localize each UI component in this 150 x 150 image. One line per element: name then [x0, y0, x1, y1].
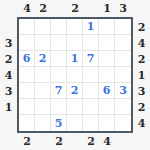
- given-digit: 2: [39, 53, 47, 64]
- cell-r7c6[interactable]: [99, 115, 115, 131]
- skyscrapers-board: 1621772635: [17, 17, 133, 133]
- cell-r5c6[interactable]: 6: [99, 83, 115, 99]
- cell-r3c2[interactable]: 2: [35, 51, 51, 67]
- clue-bottom-7: [115, 133, 131, 150]
- clue-left-3: 2: [0, 51, 17, 67]
- given-digit: 1: [71, 53, 79, 64]
- clue-right-7: 4: [133, 115, 150, 131]
- cell-r6c6[interactable]: [99, 99, 115, 115]
- clue-bottom-3: 2: [51, 133, 67, 150]
- cell-r7c4[interactable]: [67, 115, 83, 131]
- given-digit: 1: [87, 21, 95, 32]
- skyscrapers-puzzle: 42213 32431 1621772635 2421324 2224: [0, 0, 150, 150]
- cell-r2c6[interactable]: [99, 35, 115, 51]
- cell-r4c1[interactable]: [19, 67, 35, 83]
- clue-left-1: [0, 19, 17, 35]
- cell-r5c7[interactable]: 3: [115, 83, 131, 99]
- cell-r6c2[interactable]: [35, 99, 51, 115]
- cell-r5c4[interactable]: 2: [67, 83, 83, 99]
- clue-right-2: 4: [133, 35, 150, 51]
- clues-left: 32431: [0, 19, 17, 131]
- cell-r6c5[interactable]: [83, 99, 99, 115]
- cell-r4c5[interactable]: [83, 67, 99, 83]
- clues-right: 2421324: [133, 19, 150, 131]
- given-digit: 2: [71, 85, 79, 96]
- cell-r1c5[interactable]: 1: [83, 19, 99, 35]
- cell-r1c4[interactable]: [67, 19, 83, 35]
- cell-r2c4[interactable]: [67, 35, 83, 51]
- clue-right-1: 2: [133, 19, 150, 35]
- clue-left-7: [0, 115, 17, 131]
- clue-top-5: [83, 0, 99, 17]
- cell-r3c3[interactable]: [51, 51, 67, 67]
- cell-r6c7[interactable]: [115, 99, 131, 115]
- cell-r6c1[interactable]: [19, 99, 35, 115]
- clue-top-1: 4: [19, 0, 35, 17]
- cell-r4c6[interactable]: [99, 67, 115, 83]
- given-digit: 7: [87, 53, 95, 64]
- clue-right-6: 2: [133, 99, 150, 115]
- cell-r6c4[interactable]: [67, 99, 83, 115]
- given-digit: 5: [55, 118, 63, 129]
- cell-r3c6[interactable]: [99, 51, 115, 67]
- cell-r1c7[interactable]: [115, 19, 131, 35]
- cell-r4c3[interactable]: [51, 67, 67, 83]
- cell-r4c2[interactable]: [35, 67, 51, 83]
- clue-top-6: 1: [99, 0, 115, 17]
- clue-left-6: 1: [0, 99, 17, 115]
- clue-top-2: 2: [35, 0, 51, 17]
- cell-r5c2[interactable]: [35, 83, 51, 99]
- cell-r1c6[interactable]: [99, 19, 115, 35]
- clue-bottom-2: [35, 133, 51, 150]
- cell-r1c3[interactable]: [51, 19, 67, 35]
- cell-r5c1[interactable]: [19, 83, 35, 99]
- cell-r2c5[interactable]: [83, 35, 99, 51]
- clue-right-5: 3: [133, 83, 150, 99]
- cell-r1c1[interactable]: [19, 19, 35, 35]
- cell-r1c2[interactable]: [35, 19, 51, 35]
- cell-r7c3[interactable]: 5: [51, 115, 67, 131]
- clue-bottom-1: 2: [19, 133, 35, 150]
- given-digit: 6: [23, 53, 31, 64]
- clues-top: 42213: [19, 0, 131, 17]
- cell-r3c7[interactable]: [115, 51, 131, 67]
- clue-top-4: 2: [67, 0, 83, 17]
- given-digit: 3: [119, 85, 127, 96]
- cell-r3c4[interactable]: 1: [67, 51, 83, 67]
- cell-r7c5[interactable]: [83, 115, 99, 131]
- cell-r7c7[interactable]: [115, 115, 131, 131]
- clue-left-5: 3: [0, 83, 17, 99]
- clue-bottom-5: 2: [83, 133, 99, 150]
- clue-top-7: 3: [115, 0, 131, 17]
- cell-r3c5[interactable]: 7: [83, 51, 99, 67]
- clue-bottom-6: 4: [99, 133, 115, 150]
- cell-r5c5[interactable]: [83, 83, 99, 99]
- clues-bottom: 2224: [19, 133, 131, 150]
- cell-r7c1[interactable]: [19, 115, 35, 131]
- cell-r3c1[interactable]: 6: [19, 51, 35, 67]
- cell-r2c3[interactable]: [51, 35, 67, 51]
- given-digit: 7: [55, 85, 63, 96]
- cell-r2c7[interactable]: [115, 35, 131, 51]
- clue-left-4: 4: [0, 67, 17, 83]
- cell-r7c2[interactable]: [35, 115, 51, 131]
- clue-left-2: 3: [0, 35, 17, 51]
- clue-right-4: 1: [133, 67, 150, 83]
- clue-bottom-4: [67, 133, 83, 150]
- cell-r4c4[interactable]: [67, 67, 83, 83]
- clue-right-3: 2: [133, 51, 150, 67]
- cell-r6c3[interactable]: [51, 99, 67, 115]
- cell-r2c1[interactable]: [19, 35, 35, 51]
- cell-r2c2[interactable]: [35, 35, 51, 51]
- cell-r5c3[interactable]: 7: [51, 83, 67, 99]
- given-digit: 6: [103, 85, 111, 96]
- clue-top-3: [51, 0, 67, 17]
- cell-r4c7[interactable]: [115, 67, 131, 83]
